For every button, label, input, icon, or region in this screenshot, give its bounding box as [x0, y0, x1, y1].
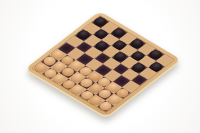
product-photo-stage: [0, 0, 200, 133]
checkers-board: [25, 11, 180, 117]
board-frame: [25, 11, 180, 117]
board-grid: [32, 16, 173, 112]
checkers-board-wrapper: [48, 9, 158, 119]
